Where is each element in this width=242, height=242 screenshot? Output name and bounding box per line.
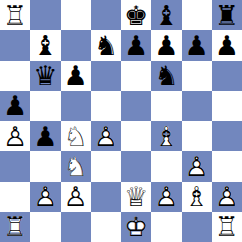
square-d6[interactable]	[91, 61, 121, 91]
piece-black-pawn[interactable]: ♟	[212, 30, 242, 60]
piece-black-knight[interactable]: ♞	[91, 30, 121, 60]
square-f1[interactable]	[151, 212, 181, 242]
square-e8[interactable]: ♚	[121, 0, 151, 30]
square-e2[interactable]: ♛♕	[121, 182, 151, 212]
square-b6[interactable]: ♛	[30, 61, 60, 91]
square-g5[interactable]	[182, 91, 212, 121]
square-h5[interactable]	[212, 91, 242, 121]
square-h3[interactable]	[212, 151, 242, 181]
square-e3[interactable]	[121, 151, 151, 181]
piece-white-knight[interactable]: ♘	[61, 121, 91, 151]
piece-white-pawn[interactable]: ♙	[151, 182, 181, 212]
square-a5[interactable]: ♟	[0, 91, 30, 121]
square-c7[interactable]	[61, 30, 91, 60]
piece-black-king[interactable]: ♚	[121, 0, 151, 30]
square-a4[interactable]: ♟♙	[0, 121, 30, 151]
piece-black-pawn[interactable]: ♟	[121, 30, 151, 60]
square-f7[interactable]: ♟	[151, 30, 181, 60]
piece-black-pawn[interactable]: ♟	[30, 121, 60, 151]
square-d3[interactable]	[91, 151, 121, 181]
square-b1[interactable]	[30, 212, 60, 242]
piece-white-pawn[interactable]: ♙	[91, 121, 121, 151]
square-c1[interactable]	[61, 212, 91, 242]
piece-black-pawn[interactable]: ♟	[0, 91, 30, 121]
square-g1[interactable]	[182, 212, 212, 242]
piece-white-pawn[interactable]: ♙	[182, 151, 212, 181]
square-c4[interactable]: ♞♘	[61, 121, 91, 151]
piece-black-knight[interactable]: ♞	[151, 61, 181, 91]
square-c3[interactable]: ♞♘	[61, 151, 91, 181]
piece-white-queen[interactable]: ♕	[121, 182, 151, 212]
square-c2[interactable]: ♟♙	[61, 182, 91, 212]
square-h1[interactable]: ♜♖	[212, 212, 242, 242]
square-b3[interactable]	[30, 151, 60, 181]
square-e1[interactable]: ♚♔	[121, 212, 151, 242]
square-g3[interactable]: ♟♙	[182, 151, 212, 181]
piece-black-bishop[interactable]: ♝	[30, 30, 60, 60]
square-a7[interactable]	[0, 30, 30, 60]
square-g7[interactable]: ♟	[182, 30, 212, 60]
square-f8[interactable]: ♝	[151, 0, 181, 30]
square-d4[interactable]: ♟♙	[91, 121, 121, 151]
piece-white-rook[interactable]: ♖	[0, 212, 30, 242]
piece-black-pawn[interactable]: ♟	[61, 61, 91, 91]
square-a2[interactable]	[0, 182, 30, 212]
square-f4[interactable]: ♝♗	[151, 121, 181, 151]
square-h7[interactable]: ♟	[212, 30, 242, 60]
piece-white-pawn[interactable]: ♙	[212, 182, 242, 212]
square-h2[interactable]: ♟♙	[212, 182, 242, 212]
square-b5[interactable]	[30, 91, 60, 121]
square-b7[interactable]: ♝	[30, 30, 60, 60]
piece-white-pawn[interactable]: ♙	[61, 182, 91, 212]
square-c6[interactable]: ♟	[61, 61, 91, 91]
square-d2[interactable]	[91, 182, 121, 212]
square-a3[interactable]	[0, 151, 30, 181]
piece-black-queen[interactable]: ♛	[30, 61, 60, 91]
square-c5[interactable]	[61, 91, 91, 121]
square-f5[interactable]	[151, 91, 181, 121]
piece-white-rook[interactable]: ♖	[212, 212, 242, 242]
piece-white-rook[interactable]: ♖	[0, 0, 30, 30]
piece-white-pawn[interactable]: ♙	[30, 182, 60, 212]
square-d1[interactable]	[91, 212, 121, 242]
piece-black-pawn[interactable]: ♟	[151, 30, 181, 60]
square-a6[interactable]	[0, 61, 30, 91]
chessboard-container: ♜♖♚♝♜♝♞♟♟♟♟♛♟♞♟♟♙♟♞♘♟♙♝♗♞♘♟♙♟♙♟♙♛♕♟♙♝♗♟♙…	[0, 0, 242, 242]
square-c8[interactable]	[61, 0, 91, 30]
square-g4[interactable]	[182, 121, 212, 151]
piece-white-pawn[interactable]: ♙	[0, 121, 30, 151]
square-e5[interactable]	[121, 91, 151, 121]
square-e4[interactable]	[121, 121, 151, 151]
square-a1[interactable]: ♜♖	[0, 212, 30, 242]
square-f2[interactable]: ♟♙	[151, 182, 181, 212]
square-a8[interactable]: ♜♖	[0, 0, 30, 30]
piece-white-bishop[interactable]: ♗	[182, 182, 212, 212]
square-g8[interactable]	[182, 0, 212, 30]
square-d8[interactable]	[91, 0, 121, 30]
square-g6[interactable]	[182, 61, 212, 91]
square-e6[interactable]	[121, 61, 151, 91]
piece-white-knight[interactable]: ♘	[61, 151, 91, 181]
square-d7[interactable]: ♞	[91, 30, 121, 60]
piece-black-bishop[interactable]: ♝	[151, 0, 181, 30]
chess-board: ♜♖♚♝♜♝♞♟♟♟♟♛♟♞♟♟♙♟♞♘♟♙♝♗♞♘♟♙♟♙♟♙♛♕♟♙♝♗♟♙…	[0, 0, 242, 242]
square-b4[interactable]: ♟	[30, 121, 60, 151]
square-d5[interactable]	[91, 91, 121, 121]
square-b2[interactable]: ♟♙	[30, 182, 60, 212]
square-h4[interactable]	[212, 121, 242, 151]
square-f3[interactable]	[151, 151, 181, 181]
square-h6[interactable]	[212, 61, 242, 91]
square-h8[interactable]: ♜	[212, 0, 242, 30]
piece-black-pawn[interactable]: ♟	[182, 30, 212, 60]
square-e7[interactable]: ♟	[121, 30, 151, 60]
piece-black-rook[interactable]: ♜	[212, 0, 242, 30]
piece-white-king[interactable]: ♔	[121, 212, 151, 242]
square-g2[interactable]: ♝♗	[182, 182, 212, 212]
square-b8[interactable]	[30, 0, 60, 30]
square-f6[interactable]: ♞	[151, 61, 181, 91]
piece-white-bishop[interactable]: ♗	[151, 121, 181, 151]
